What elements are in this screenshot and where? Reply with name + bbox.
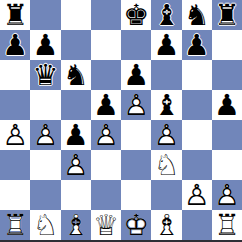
square-f2[interactable] xyxy=(151,180,181,210)
white-knight-f3[interactable]: ♞♘ xyxy=(151,150,181,180)
white-bishop-f1[interactable]: ♝♗ xyxy=(151,210,181,240)
white-pawn-outline-glyph: ♙ xyxy=(30,120,60,150)
white-pawn-outline-glyph: ♙ xyxy=(61,150,91,180)
black-pawn-h5[interactable]: ♟ xyxy=(212,90,242,120)
square-e6[interactable]: ♟ xyxy=(121,60,151,90)
black-queen-b6[interactable]: ♛ xyxy=(30,60,60,90)
black-pawn-glyph: ♟ xyxy=(30,30,60,60)
white-pawn-outline-glyph: ♙ xyxy=(151,120,181,150)
square-a5[interactable] xyxy=(0,90,30,120)
black-pawn-a7[interactable]: ♟ xyxy=(0,30,30,60)
square-e1[interactable]: ♚♔ xyxy=(121,210,151,240)
square-d7[interactable] xyxy=(91,30,121,60)
square-a8[interactable]: ♜ xyxy=(0,0,30,30)
square-f8[interactable]: ♝ xyxy=(151,0,181,30)
square-h3[interactable] xyxy=(212,150,242,180)
square-h4[interactable] xyxy=(212,120,242,150)
square-g3[interactable] xyxy=(182,150,212,180)
black-pawn-e6[interactable]: ♟ xyxy=(121,60,151,90)
white-bishop-outline-glyph: ♗ xyxy=(151,210,181,240)
white-queen-outline-glyph: ♕ xyxy=(91,210,121,240)
black-bishop-glyph: ♝ xyxy=(151,0,181,30)
white-pawn-outline-glyph: ♙ xyxy=(182,180,212,210)
square-h1[interactable]: ♜♖ xyxy=(212,210,242,240)
square-b7[interactable]: ♟ xyxy=(30,30,60,60)
square-b8[interactable] xyxy=(30,0,60,30)
white-knight-outline-glyph: ♘ xyxy=(30,210,60,240)
square-h5[interactable]: ♟ xyxy=(212,90,242,120)
black-pawn-glyph: ♟ xyxy=(91,90,121,120)
chess-board: ♜♚♝♞♜♟♟♟♟♛♞♟♟♟♙♝♟♟♙♟♙♟♟♙♟♙♟♙♞♘♟♙♟♙♜♖♞♘♝♗… xyxy=(0,0,242,242)
square-a6[interactable] xyxy=(0,60,30,90)
square-h7[interactable] xyxy=(212,30,242,60)
square-g6[interactable] xyxy=(182,60,212,90)
black-bishop-glyph: ♝ xyxy=(151,90,181,120)
black-rook-glyph: ♜ xyxy=(0,0,30,30)
square-a1[interactable]: ♜♖ xyxy=(0,210,30,240)
square-c8[interactable] xyxy=(61,0,91,30)
black-pawn-g7[interactable]: ♟ xyxy=(182,30,212,60)
white-pawn-outline-glyph: ♙ xyxy=(121,90,151,120)
square-a3[interactable] xyxy=(0,150,30,180)
black-knight-glyph: ♞ xyxy=(61,60,91,90)
square-g8[interactable]: ♞ xyxy=(182,0,212,30)
square-g5[interactable] xyxy=(182,90,212,120)
white-bishop-c1[interactable]: ♝♗ xyxy=(61,210,91,240)
black-knight-g8[interactable]: ♞ xyxy=(182,0,212,30)
square-c6[interactable]: ♞ xyxy=(61,60,91,90)
square-h6[interactable] xyxy=(212,60,242,90)
square-e5[interactable]: ♟♙ xyxy=(121,90,151,120)
black-pawn-c4[interactable]: ♟ xyxy=(61,120,91,150)
white-pawn-outline-glyph: ♙ xyxy=(0,120,30,150)
white-pawn-e5[interactable]: ♟♙ xyxy=(121,90,151,120)
square-b5[interactable] xyxy=(30,90,60,120)
white-knight-outline-glyph: ♘ xyxy=(151,150,181,180)
white-queen-d1[interactable]: ♛♕ xyxy=(91,210,121,240)
black-pawn-b7[interactable]: ♟ xyxy=(30,30,60,60)
black-pawn-glyph: ♟ xyxy=(61,120,91,150)
white-pawn-b4[interactable]: ♟♙ xyxy=(30,120,60,150)
black-pawn-d5[interactable]: ♟ xyxy=(91,90,121,120)
square-f3[interactable]: ♞♘ xyxy=(151,150,181,180)
black-pawn-glyph: ♟ xyxy=(0,30,30,60)
black-pawn-glyph: ♟ xyxy=(182,30,212,60)
square-c5[interactable] xyxy=(61,90,91,120)
square-d6[interactable] xyxy=(91,60,121,90)
square-c4[interactable]: ♟ xyxy=(61,120,91,150)
square-g7[interactable]: ♟ xyxy=(182,30,212,60)
black-pawn-glyph: ♟ xyxy=(212,90,242,120)
square-c3[interactable]: ♟♙ xyxy=(61,150,91,180)
black-knight-c6[interactable]: ♞ xyxy=(61,60,91,90)
black-pawn-f7[interactable]: ♟ xyxy=(151,30,181,60)
square-h8[interactable]: ♜ xyxy=(212,0,242,30)
black-bishop-f5[interactable]: ♝ xyxy=(151,90,181,120)
black-queen-glyph: ♛ xyxy=(30,60,60,90)
square-c2[interactable] xyxy=(61,180,91,210)
square-e7[interactable] xyxy=(121,30,151,60)
white-pawn-f4[interactable]: ♟♙ xyxy=(151,120,181,150)
square-e8[interactable]: ♚ xyxy=(121,0,151,30)
square-f7[interactable]: ♟ xyxy=(151,30,181,60)
black-rook-h8[interactable]: ♜ xyxy=(212,0,242,30)
black-bishop-f8[interactable]: ♝ xyxy=(151,0,181,30)
square-b3[interactable] xyxy=(30,150,60,180)
white-pawn-outline-glyph: ♙ xyxy=(91,120,121,150)
square-f6[interactable] xyxy=(151,60,181,90)
white-pawn-a4[interactable]: ♟♙ xyxy=(0,120,30,150)
square-b1[interactable]: ♞♘ xyxy=(30,210,60,240)
white-knight-b1[interactable]: ♞♘ xyxy=(30,210,60,240)
square-d8[interactable] xyxy=(91,0,121,30)
square-a7[interactable]: ♟ xyxy=(0,30,30,60)
square-d3[interactable] xyxy=(91,150,121,180)
square-d1[interactable]: ♛♕ xyxy=(91,210,121,240)
white-rook-outline-glyph: ♖ xyxy=(212,210,242,240)
white-king-outline-glyph: ♔ xyxy=(121,210,151,240)
square-f4[interactable]: ♟♙ xyxy=(151,120,181,150)
square-e2[interactable] xyxy=(121,180,151,210)
square-d5[interactable]: ♟ xyxy=(91,90,121,120)
square-d2[interactable] xyxy=(91,180,121,210)
black-knight-glyph: ♞ xyxy=(182,0,212,30)
square-b6[interactable]: ♛ xyxy=(30,60,60,90)
square-d4[interactable]: ♟♙ xyxy=(91,120,121,150)
square-g4[interactable] xyxy=(182,120,212,150)
black-pawn-glyph: ♟ xyxy=(121,60,151,90)
square-a4[interactable]: ♟♙ xyxy=(0,120,30,150)
black-king-glyph: ♚ xyxy=(121,0,151,30)
white-bishop-outline-glyph: ♗ xyxy=(61,210,91,240)
white-pawn-g2[interactable]: ♟♙ xyxy=(182,180,212,210)
square-b4[interactable]: ♟♙ xyxy=(30,120,60,150)
black-rook-glyph: ♜ xyxy=(212,0,242,30)
black-rook-a8[interactable]: ♜ xyxy=(0,0,30,30)
white-pawn-h2[interactable]: ♟♙ xyxy=(212,180,242,210)
square-g2[interactable]: ♟♙ xyxy=(182,180,212,210)
square-b2[interactable] xyxy=(30,180,60,210)
black-king-e8[interactable]: ♚ xyxy=(121,0,151,30)
square-f1[interactable]: ♝♗ xyxy=(151,210,181,240)
white-pawn-c3[interactable]: ♟♙ xyxy=(61,150,91,180)
white-rook-h1[interactable]: ♜♖ xyxy=(212,210,242,240)
white-rook-outline-glyph: ♖ xyxy=(0,210,30,240)
white-pawn-outline-glyph: ♙ xyxy=(212,180,242,210)
square-c1[interactable]: ♝♗ xyxy=(61,210,91,240)
square-c7[interactable] xyxy=(61,30,91,60)
square-e4[interactable] xyxy=(121,120,151,150)
white-pawn-d4[interactable]: ♟♙ xyxy=(91,120,121,150)
white-king-e1[interactable]: ♚♔ xyxy=(121,210,151,240)
square-e3[interactable] xyxy=(121,150,151,180)
white-rook-a1[interactable]: ♜♖ xyxy=(0,210,30,240)
square-h2[interactable]: ♟♙ xyxy=(212,180,242,210)
square-a2[interactable] xyxy=(0,180,30,210)
black-pawn-glyph: ♟ xyxy=(151,30,181,60)
square-g1[interactable] xyxy=(182,210,212,240)
square-f5[interactable]: ♝ xyxy=(151,90,181,120)
